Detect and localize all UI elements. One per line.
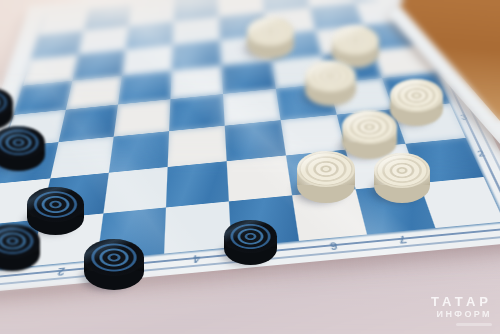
watermark-line2: ИНФОРМ	[431, 309, 492, 320]
piece-black-a4[interactable]: ⛂	[0, 126, 45, 171]
watermark-line1: ТАТАР	[431, 295, 492, 309]
watermark: ТАТАР ИНФОРМ	[431, 295, 492, 326]
piece-white-g5[interactable]: ⛀	[305, 60, 356, 106]
piece-black-c1[interactable]: ⛂	[84, 239, 144, 290]
piece-white-g2[interactable]: ⛀	[374, 153, 430, 203]
piece-white-h4[interactable]: ⛀	[390, 79, 443, 126]
piece-white-f2[interactable]: ⛀	[297, 151, 355, 203]
photo-frame: 23456723 ⛀⛀⛀⛀⛂⛀⛂⛀⛀⛂⛂⛂⛂ ТАТАР ИНФОРМ	[0, 0, 500, 334]
piece-white-e7[interactable]: ⛀	[247, 17, 294, 59]
pieces-layer: ⛀⛀⛀⛀⛂⛀⛂⛀⛀⛂⛂⛂⛂	[0, 0, 500, 334]
watermark-tagline	[456, 323, 492, 326]
piece-black-a5[interactable]: ⛂	[0, 87, 13, 130]
piece-black-e1[interactable]: ⛂	[224, 220, 277, 265]
piece-black-a1[interactable]: ⛂	[0, 224, 40, 271]
